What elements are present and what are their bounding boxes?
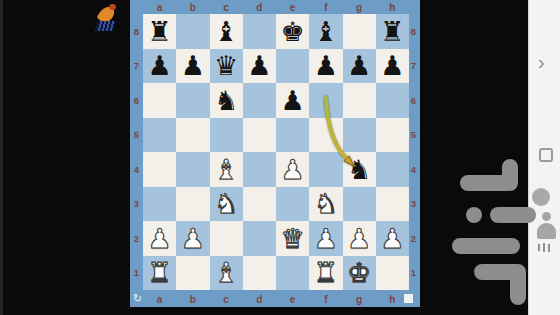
ticks-icon [538,243,554,252]
channel-logo [94,4,120,34]
square-g4[interactable]: ♞ [343,152,376,187]
piece-black-pawn: ♟ [281,87,305,114]
square-g8[interactable] [343,14,376,49]
square-d1[interactable] [243,256,276,291]
watermark-dot-left [466,207,482,223]
square-g1[interactable]: ♚ [343,256,376,291]
video-left-edge [0,0,3,315]
piece-white-pawn: ♟ [380,225,404,252]
square-e8[interactable]: ♚ [276,14,309,49]
square-e7[interactable] [276,49,309,84]
square-b4[interactable] [176,152,209,187]
piece-black-knight: ♞ [347,156,371,183]
square-g2[interactable]: ♟ [343,221,376,256]
square-f8[interactable]: ♝ [309,14,342,49]
square-c5[interactable] [210,118,243,153]
piece-white-knight: ♞ [214,190,238,217]
square-f3[interactable]: ♞ [309,187,342,222]
square-c2[interactable] [210,221,243,256]
square-h8[interactable]: ♜ [376,14,409,49]
square-f5[interactable] [309,118,342,153]
file-label: b [176,291,209,307]
file-label: h [376,0,409,14]
square-c1[interactable]: ♝ [210,256,243,291]
file-label: a [143,0,176,14]
piece-white-bishop: ♝ [214,156,238,183]
piece-black-king: ♚ [281,18,305,45]
square-b8[interactable] [176,14,209,49]
file-label: e [276,291,309,307]
square-c7[interactable]: ♛ [210,49,243,84]
file-label: d [243,291,276,307]
square-b5[interactable] [176,118,209,153]
square-h1[interactable] [376,256,409,291]
square-a1[interactable]: ♜ [143,256,176,291]
video-frame: abcdefgh 87654321 87654321 ♜♝♚♝♜♟♟♛♟♟♟♟♞… [0,0,560,315]
piece-black-pawn: ♟ [148,52,172,79]
file-labels-top: abcdefgh [143,0,409,14]
file-label: g [343,0,376,14]
square-e3[interactable] [276,187,309,222]
chevron-right-icon[interactable]: › [538,52,545,72]
square-a7[interactable]: ♟ [143,49,176,84]
flip-board-icon[interactable]: ↻ [131,292,144,305]
square-h7[interactable]: ♟ [376,49,409,84]
square-b6[interactable] [176,83,209,118]
channel-logo-tip [109,4,116,10]
square-f7[interactable]: ♟ [309,49,342,84]
piece-black-pawn: ♟ [181,52,205,79]
square-a2[interactable]: ♟ [143,221,176,256]
chess-board: abcdefgh 87654321 87654321 ♜♝♚♝♜♟♟♛♟♟♟♟♞… [130,0,420,307]
rank-label: 7 [130,49,143,84]
square-f1[interactable]: ♜ [309,256,342,291]
rank-label: 5 [130,118,143,153]
piece-black-rook: ♜ [380,18,404,45]
square-d8[interactable] [243,14,276,49]
piece-white-pawn: ♟ [314,225,338,252]
file-label: e [276,0,309,14]
file-label: a [143,291,176,307]
square-f6[interactable] [309,83,342,118]
square-a4[interactable] [143,152,176,187]
square-a3[interactable] [143,187,176,222]
piece-black-pawn: ♟ [380,52,404,79]
square-a6[interactable] [143,83,176,118]
square-d5[interactable] [243,118,276,153]
piece-white-rook: ♜ [148,259,172,286]
square-g3[interactable] [343,187,376,222]
file-labels-bottom: abcdefgh [143,291,409,307]
rank-labels-left: 87654321 [130,14,143,290]
person-icon[interactable] [542,212,551,221]
file-label: c [210,0,243,14]
file-label: c [210,291,243,307]
piece-white-king: ♚ [347,259,371,286]
square-c3[interactable]: ♞ [210,187,243,222]
watermark-arm-bottom [482,272,518,297]
square-f4[interactable] [309,152,342,187]
square-e5[interactable] [276,118,309,153]
square-e6[interactable]: ♟ [276,83,309,118]
rank-label: 8 [130,14,143,49]
square-c6[interactable]: ♞ [210,83,243,118]
square-c4[interactable]: ♝ [210,152,243,187]
square-h4[interactable] [376,152,409,187]
rounded-square-icon[interactable] [539,148,553,162]
rank-label: 6 [130,83,143,118]
rank-label: 1 [130,256,143,291]
square-d2[interactable] [243,221,276,256]
square-h2[interactable]: ♟ [376,221,409,256]
piece-black-queen: ♛ [214,52,238,79]
piece-white-pawn: ♟ [347,225,371,252]
square-a5[interactable] [143,118,176,153]
piece-white-rook: ♜ [314,259,338,286]
piece-white-pawn: ♟ [181,225,205,252]
piece-black-rook: ♜ [148,18,172,45]
piece-white-knight: ♞ [314,190,338,217]
square-e4[interactable]: ♟ [276,152,309,187]
file-label: f [309,291,342,307]
board-corner-square-icon[interactable] [404,294,413,303]
square-g5[interactable] [343,118,376,153]
square-e1[interactable] [276,256,309,291]
square-e2[interactable]: ♛ [276,221,309,256]
square-b2[interactable]: ♟ [176,221,209,256]
board-grid: ♜♝♚♝♜♟♟♛♟♟♟♟♞♟♝♟♞♞♞♟♟♛♟♟♟♜♝♜♚ [143,14,409,290]
square-a8[interactable]: ♜ [143,14,176,49]
square-b7[interactable]: ♟ [176,49,209,84]
channel-logo-base [95,21,115,31]
file-label: g [343,291,376,307]
piece-white-pawn: ♟ [148,225,172,252]
square-d6[interactable] [243,83,276,118]
square-f2[interactable]: ♟ [309,221,342,256]
square-h6[interactable] [376,83,409,118]
square-c8[interactable]: ♝ [210,14,243,49]
piece-black-bishop: ♝ [214,18,238,45]
piece-black-knight: ♞ [214,87,238,114]
rank-label: 2 [130,221,143,256]
piece-black-pawn: ♟ [314,52,338,79]
rank-label: 3 [130,187,143,222]
person-icon-body[interactable] [537,223,556,239]
piece-black-pawn: ♟ [247,52,271,79]
square-g6[interactable] [343,83,376,118]
rank-label: 4 [130,152,143,187]
square-b3[interactable] [176,187,209,222]
piece-white-bishop: ♝ [214,259,238,286]
file-label: f [309,0,342,14]
square-h5[interactable] [376,118,409,153]
watermark-arm-top [468,167,510,183]
piece-white-pawn: ♟ [281,156,305,183]
piece-white-queen: ♛ [281,225,305,252]
file-label: d [243,0,276,14]
square-d7[interactable]: ♟ [243,49,276,84]
piece-black-bishop: ♝ [314,18,338,45]
square-g7[interactable]: ♟ [343,49,376,84]
piece-black-pawn: ♟ [347,52,371,79]
square-d3[interactable] [243,187,276,222]
file-label: b [176,0,209,14]
square-d4[interactable] [243,152,276,187]
square-h3[interactable] [376,187,409,222]
sidebar-icons: › [528,0,560,315]
square-b1[interactable] [176,256,209,291]
